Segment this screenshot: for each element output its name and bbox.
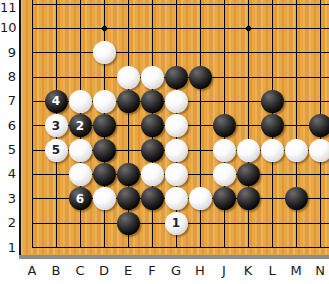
column-coordinate-label-C: C xyxy=(70,263,90,279)
row-coordinate-label-5: 5 xyxy=(0,142,16,158)
row-coordinate-label-10: 10 xyxy=(0,20,16,36)
column-coordinate-label-E: E xyxy=(118,263,138,279)
column-coordinate-label-A: A xyxy=(22,263,42,279)
row-coordinate-label-6: 6 xyxy=(0,118,16,134)
row-coordinate-label-3: 3 xyxy=(0,191,16,207)
row-coordinate-label-7: 7 xyxy=(0,93,16,109)
row-coordinate-label-2: 2 xyxy=(0,215,16,231)
column-coordinate-label-J: J xyxy=(214,263,234,279)
row-coordinate-label-11: 11 xyxy=(0,0,16,16)
column-coordinate-label-M: M xyxy=(286,263,306,279)
column-coordinate-label-N: N xyxy=(310,263,329,279)
column-coordinate-label-H: H xyxy=(190,263,210,279)
column-coordinate-label-D: D xyxy=(94,263,114,279)
go-board-diagram: 432561 1110987654321ABCDEFGHJKLMN xyxy=(0,0,329,284)
row-coordinate-label-9: 9 xyxy=(0,45,16,61)
column-coordinate-label-G: G xyxy=(166,263,186,279)
column-coordinate-label-K: K xyxy=(238,263,258,279)
coordinates-layer: 1110987654321ABCDEFGHJKLMN xyxy=(0,0,329,284)
row-coordinate-label-1: 1 xyxy=(0,240,16,256)
column-coordinate-label-L: L xyxy=(262,263,282,279)
column-coordinate-label-B: B xyxy=(46,263,66,279)
column-coordinate-label-F: F xyxy=(142,263,162,279)
row-coordinate-label-8: 8 xyxy=(0,69,16,85)
row-coordinate-label-4: 4 xyxy=(0,166,16,182)
